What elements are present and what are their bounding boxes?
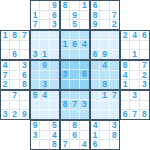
cell-r10c6[interactable]	[50, 91, 59, 101]
cell-r14c8: 6	[70, 131, 79, 141]
cell-r14c5[interactable]	[40, 131, 49, 141]
cell-r9c11: 8	[100, 80, 109, 89]
cell-r2c9[interactable]	[80, 11, 89, 21]
cell-r6c2: 6	[10, 50, 19, 59]
cell-r6c9[interactable]	[80, 50, 89, 59]
cell-r11c12[interactable]	[110, 101, 119, 110]
cell-r12c10[interactable]	[91, 110, 100, 119]
board-void-corner	[0, 120, 30, 150]
cell-r5c3[interactable]	[20, 41, 29, 50]
cell-r8c8[interactable]	[70, 70, 79, 80]
cell-r9c4[interactable]	[31, 80, 40, 89]
cell-r6c8[interactable]	[70, 50, 79, 59]
box-r2c1: 1876	[0, 30, 30, 60]
box-r3c4: 48	[90, 60, 120, 90]
cell-r9c5: 3	[40, 80, 49, 89]
cell-r4c12[interactable]	[110, 31, 119, 40]
cell-r3c4: 7	[31, 20, 40, 29]
cell-r13c11[interactable]	[100, 121, 109, 131]
cell-r7c4[interactable]	[31, 61, 40, 71]
cell-r10c5: 4	[40, 91, 49, 101]
cell-r9c13: 1	[121, 80, 130, 89]
cell-r6c13[interactable]	[121, 50, 130, 59]
cell-r11c4[interactable]	[31, 101, 40, 110]
box-r4c5: 3678	[120, 90, 150, 120]
cell-r5c8: 6	[70, 40, 79, 50]
cell-r6c10: 6	[91, 50, 100, 59]
cell-r5c12[interactable]	[110, 40, 119, 49]
cell-r10c1[interactable]	[1, 91, 10, 101]
cell-r15c6: 8	[50, 140, 59, 149]
cell-r6c12[interactable]	[110, 50, 119, 59]
cell-r4c6[interactable]	[50, 31, 59, 40]
box-r4c4: 17	[90, 90, 120, 120]
cell-r10c12: 7	[110, 91, 119, 101]
box-r1c4: 68792	[90, 0, 120, 30]
cell-r12c2: 2	[10, 110, 19, 119]
cell-r3c9[interactable]	[80, 20, 89, 29]
cell-r6c1[interactable]	[1, 50, 10, 59]
box-r4c1: 7329	[0, 90, 30, 120]
cell-r10c2: 7	[10, 91, 19, 101]
cell-r1c9: 1	[80, 1, 89, 11]
box-r3c2: 93	[30, 60, 60, 90]
board-void-corner	[0, 0, 30, 30]
cell-r10c13[interactable]	[121, 91, 130, 101]
cell-r7c11: 4	[100, 61, 109, 71]
cell-r8c2[interactable]	[10, 71, 19, 81]
cell-r15c8[interactable]	[70, 140, 79, 149]
cell-r6c15[interactable]	[140, 50, 149, 59]
box-r1c3: 8195	[60, 0, 90, 30]
cell-r10c11: 1	[100, 91, 109, 101]
cell-r6c14: 1	[130, 50, 139, 59]
cell-r7c14[interactable]	[130, 61, 139, 71]
box-r5c2: 95348	[30, 120, 60, 150]
cell-r6c7[interactable]	[61, 50, 70, 59]
board-void-corner	[120, 120, 150, 150]
cell-r10c4: 5	[31, 91, 40, 101]
cell-r13c7[interactable]	[61, 121, 70, 131]
cell-r11c5[interactable]	[40, 101, 49, 110]
cell-r9c14[interactable]	[130, 80, 139, 89]
cell-r6c3[interactable]	[20, 50, 29, 59]
cell-r5c15[interactable]	[140, 41, 149, 50]
cell-r9c7[interactable]	[61, 80, 70, 89]
cell-r4c10[interactable]	[91, 31, 100, 40]
cell-r8c4[interactable]	[31, 71, 40, 80]
cell-r1c7: 8	[61, 1, 70, 11]
cell-r8c6[interactable]	[50, 71, 59, 80]
cell-r7c2[interactable]	[10, 61, 19, 71]
cell-r11c9: 3	[80, 100, 89, 110]
cell-r1c11[interactable]	[100, 1, 109, 11]
sudoku-board: 9167381956879218763116469246143762893384…	[0, 0, 150, 150]
cell-r7c6[interactable]	[50, 61, 59, 71]
box-r3c1: 437628	[0, 60, 30, 90]
cell-r4c15: 6	[140, 31, 149, 41]
cell-r6c6[interactable]	[50, 50, 59, 59]
cell-r5c13[interactable]	[121, 41, 130, 50]
cell-r3c12: 2	[110, 20, 119, 29]
cell-r4c2: 8	[10, 31, 19, 41]
cell-r6c5: 1	[40, 50, 49, 59]
cell-r4c5[interactable]	[40, 31, 49, 40]
cell-r10c10[interactable]	[91, 91, 100, 101]
cell-r8c7: 3	[61, 70, 70, 80]
cell-r6c11: 9	[100, 50, 109, 59]
cell-r2c5[interactable]	[40, 11, 49, 21]
cell-r7c10[interactable]	[91, 61, 100, 71]
cell-r3c6: 3	[50, 20, 59, 29]
cell-r15c9: 4	[80, 140, 89, 149]
cell-r10c15[interactable]	[140, 91, 149, 101]
cell-r8c12[interactable]	[110, 71, 119, 80]
cell-r8c9: 8	[80, 70, 89, 80]
cell-r3c5[interactable]	[40, 20, 49, 29]
box-r4c3: 873	[60, 90, 90, 120]
cell-r12c3: 9	[20, 110, 29, 119]
box-r2c3: 164	[60, 30, 90, 60]
cell-r9c15: 3	[140, 80, 149, 89]
cell-r12c1: 3	[1, 110, 10, 119]
cell-r11c6[interactable]	[50, 101, 59, 110]
cell-r15c7: 7	[61, 140, 70, 149]
box-r4c2: 54	[30, 90, 60, 120]
cell-r13c5[interactable]	[40, 121, 49, 131]
cell-r10c14: 3	[130, 91, 139, 101]
cell-r15c4[interactable]	[31, 140, 40, 149]
cell-r12c15: 8	[140, 110, 149, 119]
cell-r8c14[interactable]	[130, 71, 139, 81]
cell-r9c6[interactable]	[50, 80, 59, 89]
cell-r12c14: 7	[130, 110, 139, 119]
cell-r5c9: 4	[80, 40, 89, 50]
cell-r5c7: 1	[61, 40, 70, 50]
cell-r15c11[interactable]	[100, 140, 109, 149]
cell-r14c4: 3	[31, 131, 40, 141]
cell-r7c5: 9	[40, 61, 49, 71]
cell-r14c11[interactable]	[100, 131, 109, 141]
cell-r14c12: 8	[110, 131, 119, 141]
cell-r9c8[interactable]	[70, 80, 79, 89]
box-r2c5: 2461	[120, 30, 150, 60]
cell-r10c3[interactable]	[20, 91, 29, 101]
cell-r2c7[interactable]	[61, 11, 70, 21]
cell-r4c4[interactable]	[31, 31, 40, 40]
cell-r3c10: 9	[91, 20, 100, 29]
cell-r9c1: 2	[1, 80, 10, 89]
cell-r4c11[interactable]	[100, 31, 109, 40]
cell-r11c7: 8	[61, 100, 70, 110]
cell-r3c7[interactable]	[61, 20, 70, 29]
cell-r4c14: 4	[130, 31, 139, 41]
cell-r11c10[interactable]	[91, 101, 100, 110]
cell-r5c6[interactable]	[50, 40, 59, 49]
cell-r4c1: 1	[1, 31, 10, 41]
box-r5c4: 43186	[90, 120, 120, 150]
cell-r12c13: 6	[121, 110, 130, 119]
cell-r12c11[interactable]	[100, 110, 109, 119]
cell-r9c3: 8	[20, 80, 29, 89]
cell-r12c4[interactable]	[31, 110, 40, 119]
cell-r9c9[interactable]	[80, 80, 89, 89]
cell-r12c12[interactable]	[110, 110, 119, 119]
box-r3c5: 874213	[120, 60, 150, 90]
box-r5c3: 8674	[60, 120, 90, 150]
cell-r1c5[interactable]	[40, 1, 49, 11]
cell-r13c9[interactable]	[80, 121, 89, 131]
cell-r12c6[interactable]	[50, 110, 59, 119]
cell-r4c3: 7	[20, 31, 29, 41]
cell-r15c12[interactable]	[110, 140, 119, 149]
cell-r9c12[interactable]	[110, 80, 119, 89]
cell-r5c1[interactable]	[1, 41, 10, 50]
box-r1c2: 91673	[30, 0, 60, 30]
box-r3c3: 38	[60, 60, 90, 90]
cell-r9c10[interactable]	[91, 80, 100, 89]
cell-r11c8: 7	[70, 100, 79, 110]
cell-r12c9[interactable]	[80, 110, 89, 119]
cell-r12c5[interactable]	[40, 110, 49, 119]
board-void-corner	[120, 0, 150, 30]
cell-r12c7[interactable]	[61, 110, 70, 119]
cell-r2c11[interactable]	[100, 11, 109, 21]
box-r2c2: 31	[30, 30, 60, 60]
cell-r9c2[interactable]	[10, 80, 19, 89]
cell-r6c4: 3	[31, 50, 40, 59]
cell-r3c8: 5	[70, 20, 79, 29]
cell-r3c11[interactable]	[100, 20, 109, 29]
cell-r8c10[interactable]	[91, 71, 100, 80]
cell-r4c13: 2	[121, 31, 130, 41]
cell-r15c5[interactable]	[40, 140, 49, 149]
cell-r11c11[interactable]	[100, 101, 109, 110]
cell-r12c8[interactable]	[70, 110, 79, 119]
cell-r7c8[interactable]	[70, 61, 79, 70]
cell-r7c12[interactable]	[110, 61, 119, 71]
box-r2c4: 69	[90, 30, 120, 60]
cell-r15c10: 6	[91, 140, 100, 149]
